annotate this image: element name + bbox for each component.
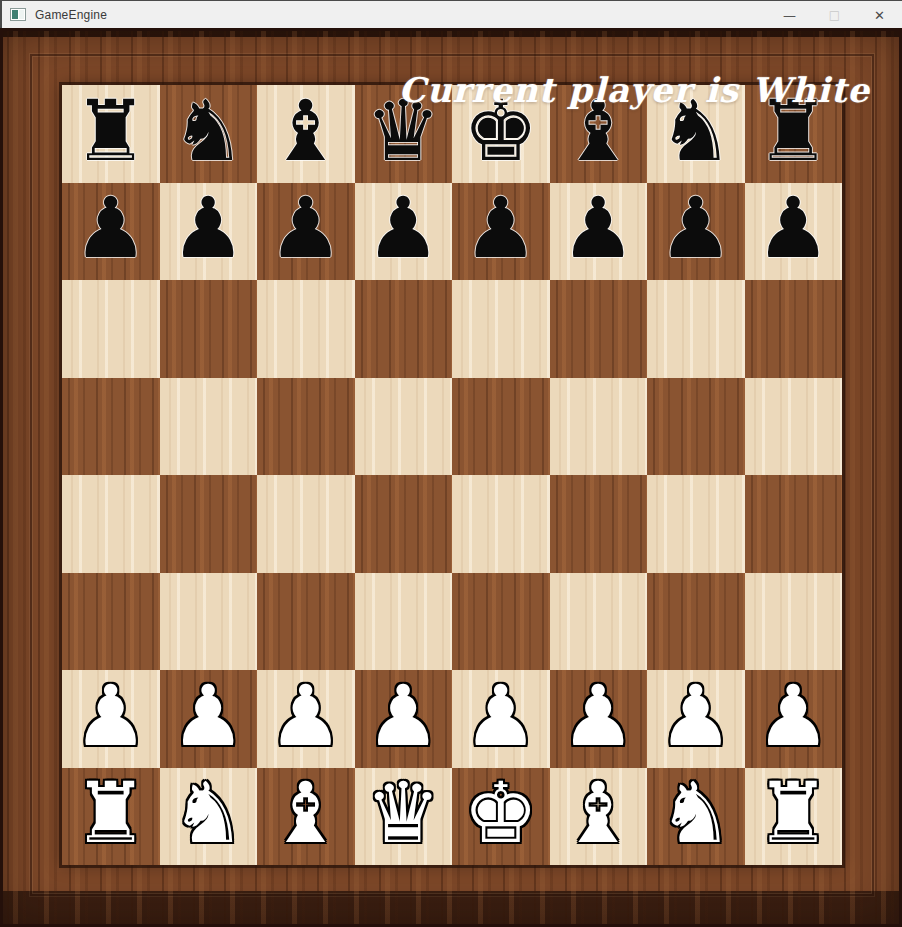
square-a2[interactable]: ♟ [62,670,160,768]
board-frame: ♜♞♝♛♚♝♞♜♟♟♟♟♟♟♟♟♟♟♟♟♟♟♟♟♜♞♝♛♚♝♞♜ Current… [0,28,902,927]
square-b6[interactable] [160,280,258,378]
square-d5[interactable] [355,378,453,476]
black-queen[interactable]: ♛ [366,89,441,173]
square-a3[interactable] [62,573,160,671]
black-pawn[interactable]: ♟ [73,186,148,270]
square-a7[interactable]: ♟ [62,183,160,281]
maximize-button[interactable]: □ [812,1,857,29]
square-a4[interactable] [62,475,160,573]
white-pawn[interactable]: ♟ [658,674,733,758]
square-a8[interactable]: ♜ [62,85,160,183]
title-bar[interactable]: GameEngine — □ ✕ [0,0,902,28]
square-e7[interactable]: ♟ [452,183,550,281]
black-pawn[interactable]: ♟ [658,186,733,270]
black-knight[interactable]: ♞ [171,89,246,173]
square-b8[interactable]: ♞ [160,85,258,183]
white-queen[interactable]: ♛ [366,771,441,855]
white-pawn[interactable]: ♟ [463,674,538,758]
square-b2[interactable]: ♟ [160,670,258,768]
square-g5[interactable] [647,378,745,476]
white-pawn[interactable]: ♟ [366,674,441,758]
square-h5[interactable] [745,378,843,476]
game-engine-window: GameEngine — □ ✕ ♜♞♝♛♚♝♞♜♟♟♟♟♟♟♟♟♟♟♟♟♟♟♟… [0,0,902,927]
black-pawn[interactable]: ♟ [366,186,441,270]
white-king[interactable]: ♚ [463,771,538,855]
black-pawn[interactable]: ♟ [561,186,636,270]
close-button[interactable]: ✕ [857,1,902,29]
square-g6[interactable] [647,280,745,378]
app-icon-left-block [12,10,18,19]
square-g8[interactable]: ♞ [647,85,745,183]
square-h8[interactable]: ♜ [745,85,843,183]
square-d4[interactable] [355,475,453,573]
black-pawn[interactable]: ♟ [756,186,831,270]
square-f6[interactable] [550,280,648,378]
square-b5[interactable] [160,378,258,476]
black-knight[interactable]: ♞ [658,89,733,173]
square-b4[interactable] [160,475,258,573]
square-a5[interactable] [62,378,160,476]
white-pawn[interactable]: ♟ [756,674,831,758]
square-b7[interactable]: ♟ [160,183,258,281]
square-d7[interactable]: ♟ [355,183,453,281]
square-d6[interactable] [355,280,453,378]
square-c7[interactable]: ♟ [257,183,355,281]
white-pawn[interactable]: ♟ [268,674,343,758]
square-h6[interactable] [745,280,843,378]
white-bishop[interactable]: ♝ [561,771,636,855]
window-title: GameEngine [35,8,107,22]
square-b1[interactable]: ♞ [160,768,258,866]
square-f8[interactable]: ♝ [550,85,648,183]
square-e6[interactable] [452,280,550,378]
square-d2[interactable]: ♟ [355,670,453,768]
square-c1[interactable]: ♝ [257,768,355,866]
square-f2[interactable]: ♟ [550,670,648,768]
app-icon-right-block [19,10,24,19]
square-e1[interactable]: ♚ [452,768,550,866]
black-king[interactable]: ♚ [463,89,538,173]
black-pawn[interactable]: ♟ [171,186,246,270]
window-controls: — □ ✕ [767,1,902,29]
black-bishop[interactable]: ♝ [268,89,343,173]
white-bishop[interactable]: ♝ [268,771,343,855]
square-d3[interactable] [355,573,453,671]
square-e5[interactable] [452,378,550,476]
square-e8[interactable]: ♚ [452,85,550,183]
black-pawn[interactable]: ♟ [268,186,343,270]
square-c5[interactable] [257,378,355,476]
square-e4[interactable] [452,475,550,573]
black-rook[interactable]: ♜ [756,89,831,173]
square-g4[interactable] [647,475,745,573]
square-h3[interactable] [745,573,843,671]
square-e3[interactable] [452,573,550,671]
white-knight[interactable]: ♞ [658,771,733,855]
square-g2[interactable]: ♟ [647,670,745,768]
square-f5[interactable] [550,378,648,476]
square-f3[interactable] [550,573,648,671]
white-rook[interactable]: ♜ [756,771,831,855]
square-c3[interactable] [257,573,355,671]
square-c8[interactable]: ♝ [257,85,355,183]
white-knight[interactable]: ♞ [171,771,246,855]
square-a6[interactable] [62,280,160,378]
square-b3[interactable] [160,573,258,671]
black-bishop[interactable]: ♝ [561,89,636,173]
square-c2[interactable]: ♟ [257,670,355,768]
square-g1[interactable]: ♞ [647,768,745,866]
black-pawn[interactable]: ♟ [463,186,538,270]
white-pawn[interactable]: ♟ [73,674,148,758]
square-c6[interactable] [257,280,355,378]
square-f7[interactable]: ♟ [550,183,648,281]
square-h7[interactable]: ♟ [745,183,843,281]
square-e2[interactable]: ♟ [452,670,550,768]
square-d1[interactable]: ♛ [355,768,453,866]
square-a1[interactable]: ♜ [62,768,160,866]
chess-board: ♜♞♝♛♚♝♞♜♟♟♟♟♟♟♟♟♟♟♟♟♟♟♟♟♜♞♝♛♚♝♞♜ [62,85,842,865]
white-pawn[interactable]: ♟ [561,674,636,758]
app-icon [10,8,26,21]
square-f1[interactable]: ♝ [550,768,648,866]
square-h4[interactable] [745,475,843,573]
square-h2[interactable]: ♟ [745,670,843,768]
minimize-button[interactable]: — [767,1,812,29]
square-c4[interactable] [257,475,355,573]
white-rook[interactable]: ♜ [73,771,148,855]
square-f4[interactable] [550,475,648,573]
square-g3[interactable] [647,573,745,671]
black-rook[interactable]: ♜ [73,89,148,173]
square-h1[interactable]: ♜ [745,768,843,866]
square-d8[interactable]: ♛ [355,85,453,183]
white-pawn[interactable]: ♟ [171,674,246,758]
square-g7[interactable]: ♟ [647,183,745,281]
